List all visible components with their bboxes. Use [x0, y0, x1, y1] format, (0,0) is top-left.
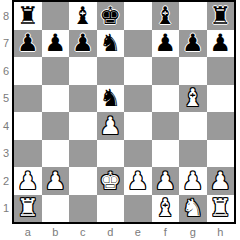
square-g5[interactable]: ♝ [179, 85, 207, 113]
square-e6[interactable] [124, 57, 152, 85]
square-d4[interactable]: ♟ [97, 112, 125, 140]
square-g6[interactable] [179, 57, 207, 85]
square-d2[interactable]: ♚ [97, 167, 125, 195]
square-e5[interactable] [124, 85, 152, 113]
square-g7[interactable]: ♟ [179, 30, 207, 58]
piece-black-knight: ♞ [99, 31, 121, 55]
piece-black-rook: ♜ [209, 4, 231, 28]
square-h7[interactable]: ♟ [207, 30, 235, 58]
square-b5[interactable] [42, 85, 70, 113]
square-a5[interactable] [14, 85, 42, 113]
square-c2[interactable] [69, 167, 97, 195]
square-e1[interactable] [124, 195, 152, 223]
square-h8[interactable]: ♜ [207, 2, 235, 30]
square-h1[interactable]: ♜ [207, 195, 235, 223]
square-e7[interactable] [124, 30, 152, 58]
square-c5[interactable] [69, 85, 97, 113]
square-b3[interactable] [42, 140, 70, 168]
square-h2[interactable]: ♟ [207, 167, 235, 195]
file-label-g: g [179, 224, 207, 240]
piece-white-pawn: ♟ [99, 114, 121, 138]
square-g8[interactable] [179, 2, 207, 30]
file-label-e: e [124, 224, 152, 240]
square-a4[interactable] [14, 112, 42, 140]
square-a1[interactable]: ♜ [14, 195, 42, 223]
rank-label-3: 3 [0, 140, 12, 168]
piece-black-pawn: ♟ [17, 31, 39, 55]
square-c6[interactable] [69, 57, 97, 85]
rank-label-4: 4 [0, 112, 12, 140]
piece-white-bishop: ♝ [182, 86, 204, 110]
piece-white-rook: ♜ [17, 196, 39, 220]
square-b2[interactable]: ♟ [42, 167, 70, 195]
square-c3[interactable] [69, 140, 97, 168]
square-b6[interactable] [42, 57, 70, 85]
rank-label-6: 6 [0, 57, 12, 85]
square-f5[interactable] [152, 85, 180, 113]
square-f7[interactable]: ♟ [152, 30, 180, 58]
piece-black-knight: ♞ [99, 86, 121, 110]
piece-white-pawn: ♟ [127, 169, 149, 193]
square-c8[interactable]: ♝ [69, 2, 97, 30]
file-label-b: b [42, 224, 70, 240]
file-label-f: f [152, 224, 180, 240]
square-d7[interactable]: ♞ [97, 30, 125, 58]
piece-white-pawn: ♟ [209, 169, 231, 193]
square-d6[interactable] [97, 57, 125, 85]
rank-label-7: 7 [0, 30, 12, 58]
square-f3[interactable] [152, 140, 180, 168]
piece-black-pawn: ♟ [182, 31, 204, 55]
piece-white-pawn: ♟ [182, 169, 204, 193]
piece-black-bishop: ♝ [154, 4, 176, 28]
piece-black-bishop: ♝ [72, 4, 94, 28]
square-b4[interactable] [42, 112, 70, 140]
rank-label-5: 5 [0, 85, 12, 113]
square-h5[interactable] [207, 85, 235, 113]
square-g2[interactable]: ♟ [179, 167, 207, 195]
square-g3[interactable] [179, 140, 207, 168]
square-g1[interactable]: ♞ [179, 195, 207, 223]
square-b1[interactable] [42, 195, 70, 223]
piece-white-bishop: ♝ [154, 196, 176, 220]
piece-white-pawn: ♟ [17, 169, 39, 193]
square-b7[interactable]: ♟ [42, 30, 70, 58]
square-d1[interactable] [97, 195, 125, 223]
square-f4[interactable] [152, 112, 180, 140]
rank-label-1: 1 [0, 195, 12, 223]
square-a8[interactable]: ♜ [14, 2, 42, 30]
file-label-d: d [97, 224, 125, 240]
square-d3[interactable] [97, 140, 125, 168]
square-f1[interactable]: ♝ [152, 195, 180, 223]
square-g4[interactable] [179, 112, 207, 140]
square-e2[interactable]: ♟ [124, 167, 152, 195]
piece-black-rook: ♜ [17, 4, 39, 28]
square-c4[interactable] [69, 112, 97, 140]
chess-diagram: 87654321 ♜♝♚♝♜♟♟♟♞♟♟♟♞♝♟♟♟♚♟♟♟♟♜♝♞♜ abcd… [0, 0, 240, 240]
piece-white-knight: ♞ [182, 196, 204, 220]
rank-labels: 87654321 [0, 2, 12, 222]
chess-board: ♜♝♚♝♜♟♟♟♞♟♟♟♞♝♟♟♟♚♟♟♟♟♜♝♞♜ [12, 0, 236, 224]
piece-black-pawn: ♟ [154, 31, 176, 55]
square-b8[interactable] [42, 2, 70, 30]
square-c7[interactable]: ♟ [69, 30, 97, 58]
file-label-c: c [69, 224, 97, 240]
rank-label-8: 8 [0, 2, 12, 30]
piece-black-pawn: ♟ [44, 31, 66, 55]
square-h6[interactable] [207, 57, 235, 85]
square-d5[interactable]: ♞ [97, 85, 125, 113]
square-e8[interactable] [124, 2, 152, 30]
square-a2[interactable]: ♟ [14, 167, 42, 195]
file-label-a: a [14, 224, 42, 240]
piece-white-pawn: ♟ [44, 169, 66, 193]
piece-white-pawn: ♟ [154, 169, 176, 193]
square-h3[interactable] [207, 140, 235, 168]
file-label-h: h [207, 224, 235, 240]
square-d8[interactable]: ♚ [97, 2, 125, 30]
piece-white-rook: ♜ [209, 196, 231, 220]
square-a7[interactable]: ♟ [14, 30, 42, 58]
square-c1[interactable] [69, 195, 97, 223]
square-h4[interactable] [207, 112, 235, 140]
piece-white-king: ♚ [99, 169, 121, 193]
rank-label-2: 2 [0, 167, 12, 195]
square-a6[interactable] [14, 57, 42, 85]
square-e4[interactable] [124, 112, 152, 140]
file-labels: abcdefgh [14, 224, 234, 240]
piece-black-king: ♚ [99, 4, 121, 28]
square-f8[interactable]: ♝ [152, 2, 180, 30]
square-f2[interactable]: ♟ [152, 167, 180, 195]
piece-black-pawn: ♟ [72, 31, 94, 55]
square-f6[interactable] [152, 57, 180, 85]
square-e3[interactable] [124, 140, 152, 168]
piece-black-pawn: ♟ [209, 31, 231, 55]
square-a3[interactable] [14, 140, 42, 168]
